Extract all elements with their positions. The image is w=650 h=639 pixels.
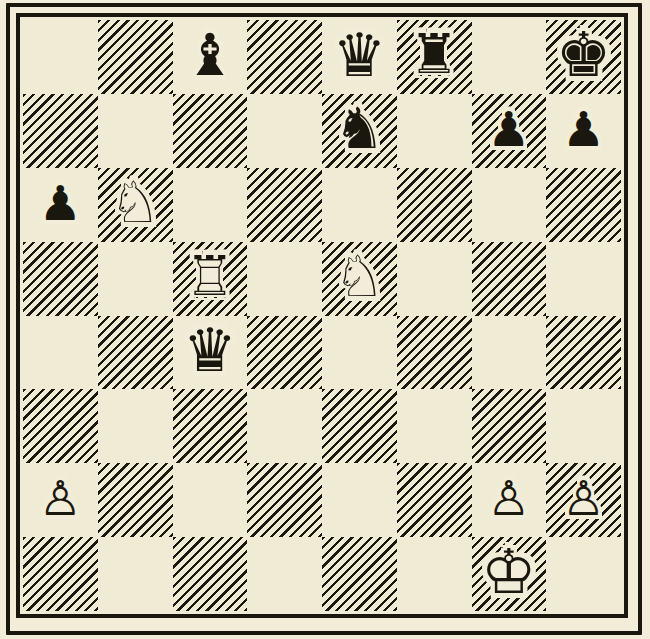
square-a6[interactable]: ♟♟: [23, 168, 98, 242]
black-pawn: ♟♟: [472, 94, 547, 168]
square-e6[interactable]: [322, 168, 397, 242]
square-b8[interactable]: [98, 20, 173, 94]
black-king: ♚♚: [546, 20, 621, 94]
black-rook: ♜♜: [397, 20, 472, 94]
square-b6[interactable]: ♞♘: [98, 168, 173, 242]
square-c6[interactable]: [173, 168, 248, 242]
white-king: ♚♔: [472, 537, 547, 611]
square-d4[interactable]: [247, 316, 322, 390]
square-d7[interactable]: [247, 94, 322, 168]
black-queen-glyph: ♛: [332, 25, 386, 85]
square-h7[interactable]: ♟♟: [546, 94, 621, 168]
white-knight-glyph: ♘: [334, 248, 385, 305]
square-g3[interactable]: [472, 389, 547, 463]
white-pawn: ♟♙: [472, 463, 547, 537]
square-f2[interactable]: [397, 463, 472, 537]
square-c4[interactable]: ♛♛: [173, 316, 248, 390]
square-d6[interactable]: [247, 168, 322, 242]
square-h3[interactable]: [546, 389, 621, 463]
square-h6[interactable]: [546, 168, 621, 242]
square-a8[interactable]: [23, 20, 98, 94]
white-king-glyph: ♔: [481, 541, 537, 603]
square-d8[interactable]: [247, 20, 322, 94]
square-e2[interactable]: [322, 463, 397, 537]
square-a3[interactable]: [23, 389, 98, 463]
white-pawn: ♟♙: [23, 463, 98, 537]
square-g5[interactable]: [472, 242, 547, 316]
black-knight: ♞♞: [322, 94, 397, 168]
square-b4[interactable]: [98, 316, 173, 390]
square-d2[interactable]: [247, 463, 322, 537]
black-queen: ♛♛: [173, 316, 248, 390]
square-c3[interactable]: [173, 389, 248, 463]
black-pawn: ♟♟: [23, 168, 98, 242]
square-g1[interactable]: ♚♔: [472, 537, 547, 611]
white-knight: ♞♘: [322, 242, 397, 316]
square-d5[interactable]: [247, 242, 322, 316]
square-g8[interactable]: [472, 20, 547, 94]
square-b7[interactable]: [98, 94, 173, 168]
white-pawn-glyph: ♙: [487, 474, 530, 522]
square-b1[interactable]: [98, 537, 173, 611]
black-bishop-glyph: ♝: [184, 26, 236, 84]
square-c8[interactable]: ♝♝: [173, 20, 248, 94]
square-h4[interactable]: [546, 316, 621, 390]
square-f6[interactable]: [397, 168, 472, 242]
square-e3[interactable]: [322, 389, 397, 463]
square-e8[interactable]: ♛♛: [322, 20, 397, 94]
white-pawn-glyph: ♙: [562, 474, 605, 522]
black-pawn-glyph: ♟: [487, 105, 530, 153]
square-a2[interactable]: ♟♙: [23, 463, 98, 537]
square-h1[interactable]: [546, 537, 621, 611]
white-pawn: ♟♙: [546, 463, 621, 537]
white-rook: ♜♖: [173, 242, 248, 316]
white-pawn-glyph: ♙: [39, 474, 82, 522]
black-pawn-glyph: ♟: [39, 179, 82, 227]
square-c2[interactable]: [173, 463, 248, 537]
black-queen: ♛♛: [322, 20, 397, 94]
square-c7[interactable]: [173, 94, 248, 168]
square-b3[interactable]: [98, 389, 173, 463]
square-a7[interactable]: [23, 94, 98, 168]
square-g6[interactable]: [472, 168, 547, 242]
square-b2[interactable]: [98, 463, 173, 537]
square-h8[interactable]: ♚♚: [546, 20, 621, 94]
square-f7[interactable]: [397, 94, 472, 168]
black-rook-glyph: ♜: [409, 27, 458, 82]
square-c1[interactable]: [173, 537, 248, 611]
square-c5[interactable]: ♜♖: [173, 242, 248, 316]
black-pawn-glyph: ♟: [562, 105, 605, 153]
white-knight-glyph: ♘: [110, 174, 161, 231]
square-f3[interactable]: [397, 389, 472, 463]
square-g2[interactable]: ♟♙: [472, 463, 547, 537]
black-knight-glyph: ♞: [334, 100, 385, 157]
square-e5[interactable]: ♞♘: [322, 242, 397, 316]
square-f8[interactable]: ♜♜: [397, 20, 472, 94]
chess-board: ♝♝♛♛♜♜♚♚♞♞♟♟♟♟♟♟♞♘♜♖♞♘♛♛♟♙♟♙♟♙♚♔: [16, 13, 628, 618]
square-g7[interactable]: ♟♟: [472, 94, 547, 168]
square-f5[interactable]: [397, 242, 472, 316]
square-g4[interactable]: [472, 316, 547, 390]
square-a1[interactable]: [23, 537, 98, 611]
black-bishop: ♝♝: [173, 20, 248, 94]
chess-diagram: ♝♝♛♛♜♜♚♚♞♞♟♟♟♟♟♟♞♘♜♖♞♘♛♛♟♙♟♙♟♙♚♔: [0, 0, 650, 639]
square-a5[interactable]: [23, 242, 98, 316]
square-d3[interactable]: [247, 389, 322, 463]
black-pawn: ♟♟: [546, 94, 621, 168]
white-rook-glyph: ♖: [185, 249, 234, 304]
square-b5[interactable]: [98, 242, 173, 316]
square-d1[interactable]: [247, 537, 322, 611]
square-e7[interactable]: ♞♞: [322, 94, 397, 168]
square-f1[interactable]: [397, 537, 472, 611]
white-knight: ♞♘: [98, 168, 173, 242]
square-h5[interactable]: [546, 242, 621, 316]
square-e1[interactable]: [322, 537, 397, 611]
square-h2[interactable]: ♟♙: [546, 463, 621, 537]
black-king-glyph: ♚: [556, 24, 612, 86]
square-e4[interactable]: [322, 316, 397, 390]
black-queen-glyph: ♛: [183, 320, 237, 380]
square-a4[interactable]: [23, 316, 98, 390]
square-f4[interactable]: [397, 316, 472, 390]
